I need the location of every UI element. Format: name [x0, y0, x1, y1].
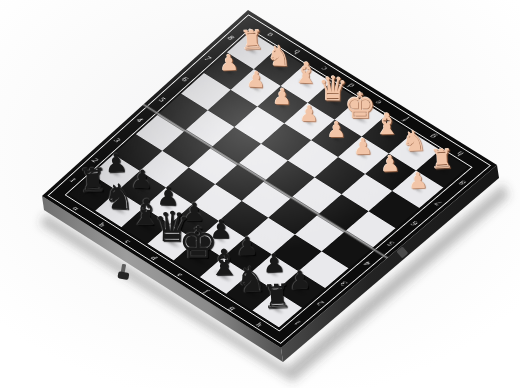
chess-set-photo: aa88bb77cc66dd55ee44ff33gg22hh11 ♜♞♝♛♚♝♞… [0, 0, 520, 388]
